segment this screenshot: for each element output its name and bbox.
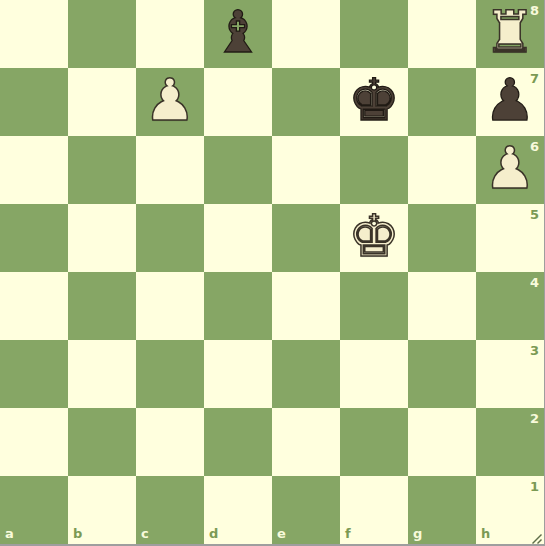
square-a3[interactable]	[0, 340, 68, 408]
square-f7[interactable]: ♚	[340, 68, 408, 136]
black-pawn[interactable]: ♟	[484, 71, 536, 129]
file-label-d: d	[209, 527, 218, 540]
square-a2[interactable]	[0, 408, 68, 476]
square-d2[interactable]	[204, 408, 272, 476]
file-label-g: g	[413, 527, 422, 540]
square-c5[interactable]	[136, 204, 204, 272]
file-label-e: e	[277, 527, 286, 540]
square-f2[interactable]	[340, 408, 408, 476]
square-f5[interactable]: ♚	[340, 204, 408, 272]
square-a7[interactable]	[0, 68, 68, 136]
square-e7[interactable]	[272, 68, 340, 136]
rank-label-2: 2	[530, 412, 539, 425]
board-resize-handle-icon[interactable]	[530, 530, 543, 543]
black-bishop[interactable]: ♝	[212, 3, 264, 61]
rank-label-4: 4	[530, 276, 539, 289]
square-h4[interactable]: 4	[476, 272, 544, 340]
square-f6[interactable]	[340, 136, 408, 204]
file-label-a: a	[5, 527, 14, 540]
white-pawn[interactable]: ♟	[484, 139, 536, 197]
square-f3[interactable]	[340, 340, 408, 408]
square-g5[interactable]	[408, 204, 476, 272]
square-d4[interactable]	[204, 272, 272, 340]
square-d1[interactable]: d	[204, 476, 272, 544]
square-g6[interactable]	[408, 136, 476, 204]
square-c8[interactable]	[136, 0, 204, 68]
square-c2[interactable]	[136, 408, 204, 476]
square-b5[interactable]	[68, 204, 136, 272]
square-d8[interactable]: ♝	[204, 0, 272, 68]
square-b7[interactable]	[68, 68, 136, 136]
square-e4[interactable]	[272, 272, 340, 340]
square-c7[interactable]: ♟	[136, 68, 204, 136]
square-a5[interactable]	[0, 204, 68, 272]
square-h7[interactable]: ♟7	[476, 68, 544, 136]
black-king[interactable]: ♚	[348, 71, 400, 129]
file-label-h: h	[481, 527, 490, 540]
square-d7[interactable]	[204, 68, 272, 136]
square-f8[interactable]	[340, 0, 408, 68]
square-g4[interactable]	[408, 272, 476, 340]
square-f1[interactable]: f	[340, 476, 408, 544]
square-e6[interactable]	[272, 136, 340, 204]
file-label-b: b	[73, 527, 82, 540]
square-e1[interactable]: e	[272, 476, 340, 544]
square-g3[interactable]	[408, 340, 476, 408]
square-g8[interactable]	[408, 0, 476, 68]
white-king[interactable]: ♚	[348, 207, 400, 265]
square-c6[interactable]	[136, 136, 204, 204]
square-a6[interactable]	[0, 136, 68, 204]
square-b3[interactable]	[68, 340, 136, 408]
square-b4[interactable]	[68, 272, 136, 340]
square-e5[interactable]	[272, 204, 340, 272]
square-g1[interactable]: g	[408, 476, 476, 544]
white-pawn[interactable]: ♟	[144, 71, 196, 129]
square-d6[interactable]	[204, 136, 272, 204]
square-h1[interactable]: 1h	[476, 476, 544, 544]
square-b1[interactable]: b	[68, 476, 136, 544]
rank-label-3: 3	[530, 344, 539, 357]
square-d3[interactable]	[204, 340, 272, 408]
chess-board: ♝♜8♟♚♟7♟6♚5432abcdefg1h	[0, 0, 545, 546]
square-g7[interactable]	[408, 68, 476, 136]
square-h6[interactable]: ♟6	[476, 136, 544, 204]
square-h3[interactable]: 3	[476, 340, 544, 408]
square-b8[interactable]	[68, 0, 136, 68]
square-b2[interactable]	[68, 408, 136, 476]
square-d5[interactable]	[204, 204, 272, 272]
square-e8[interactable]	[272, 0, 340, 68]
square-c3[interactable]	[136, 340, 204, 408]
white-rook[interactable]: ♜	[484, 3, 536, 61]
square-c4[interactable]	[136, 272, 204, 340]
square-f4[interactable]	[340, 272, 408, 340]
square-a4[interactable]	[0, 272, 68, 340]
file-label-f: f	[345, 527, 351, 540]
square-b6[interactable]	[68, 136, 136, 204]
square-h8[interactable]: ♜8	[476, 0, 544, 68]
rank-label-5: 5	[530, 208, 539, 221]
square-a8[interactable]	[0, 0, 68, 68]
square-c1[interactable]: c	[136, 476, 204, 544]
square-a1[interactable]: a	[0, 476, 68, 544]
square-e3[interactable]	[272, 340, 340, 408]
square-h5[interactable]: 5	[476, 204, 544, 272]
square-g2[interactable]	[408, 408, 476, 476]
rank-label-1: 1	[530, 480, 539, 493]
file-label-c: c	[141, 527, 149, 540]
square-e2[interactable]	[272, 408, 340, 476]
square-h2[interactable]: 2	[476, 408, 544, 476]
